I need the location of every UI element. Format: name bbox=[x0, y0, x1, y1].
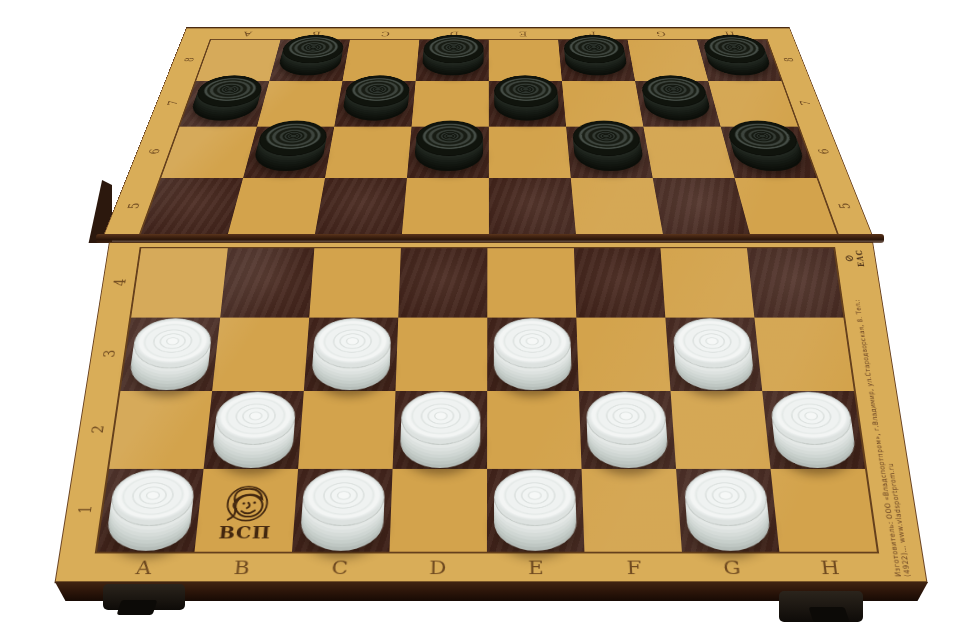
square-h3 bbox=[754, 318, 854, 391]
square-c5 bbox=[315, 178, 407, 236]
square-g4 bbox=[660, 248, 754, 317]
square-h2 bbox=[762, 391, 865, 469]
black-checker-f8 bbox=[563, 35, 627, 63]
black-checker-c7 bbox=[343, 75, 411, 106]
square-f8 bbox=[558, 40, 635, 81]
bottom-coordinate-strip: ABCDEFGH bbox=[92, 552, 881, 584]
white-checker-b2 bbox=[213, 392, 297, 445]
checkers-board-photo: ABCDEFGH 8765 8765 4321 ⊘ ЕАС Изготовите… bbox=[0, 0, 970, 633]
file-label-bottom: H bbox=[779, 552, 881, 584]
manufacturer-logo: ВСП bbox=[201, 473, 293, 549]
square-b4 bbox=[220, 248, 314, 317]
square-f5 bbox=[571, 178, 663, 236]
file-label-bottom: G bbox=[682, 552, 783, 584]
square-b3 bbox=[212, 318, 309, 391]
white-checker-h2 bbox=[769, 392, 855, 445]
square-g2 bbox=[671, 391, 771, 469]
white-checker-c1 bbox=[301, 470, 386, 526]
square-e3 bbox=[487, 318, 579, 391]
square-f2 bbox=[579, 391, 676, 469]
square-h4 bbox=[747, 248, 843, 317]
file-label-bottom: D bbox=[388, 552, 487, 584]
playing-field-far bbox=[140, 40, 837, 236]
square-e7 bbox=[489, 81, 566, 127]
square-b2 bbox=[204, 391, 304, 469]
black-checker-g7 bbox=[639, 75, 709, 106]
white-checker-c3 bbox=[312, 318, 392, 368]
square-e1 bbox=[487, 469, 584, 552]
black-checker-d6 bbox=[415, 121, 483, 156]
playing-field-near: ВСП bbox=[97, 248, 877, 551]
square-f6 bbox=[566, 127, 653, 178]
square-c1 bbox=[292, 469, 393, 552]
square-e6 bbox=[489, 127, 571, 178]
white-checker-f2 bbox=[586, 392, 668, 445]
fold-hinge-seam bbox=[96, 234, 884, 243]
black-checker-d8 bbox=[422, 35, 483, 63]
square-d8 bbox=[416, 40, 489, 81]
square-d6 bbox=[407, 127, 489, 178]
square-f3 bbox=[576, 318, 670, 391]
square-d3 bbox=[396, 318, 488, 391]
square-e5 bbox=[489, 178, 576, 236]
black-checker-h6 bbox=[725, 121, 803, 156]
square-f4 bbox=[574, 248, 665, 317]
square-e2 bbox=[487, 391, 581, 469]
eac-mark: ЕАС bbox=[854, 250, 866, 267]
square-d4 bbox=[398, 248, 487, 317]
file-label-bottom: F bbox=[584, 552, 684, 584]
square-g5 bbox=[653, 178, 751, 236]
square-c3 bbox=[304, 318, 398, 391]
black-checker-f6 bbox=[571, 121, 643, 156]
square-h8 bbox=[697, 40, 781, 81]
file-label-top: G bbox=[625, 28, 696, 39]
square-c2 bbox=[298, 391, 395, 469]
file-label-bottom: A bbox=[92, 552, 194, 584]
file-label-top: A bbox=[211, 28, 283, 39]
square-a3 bbox=[120, 318, 220, 391]
white-checker-g3 bbox=[672, 318, 753, 368]
white-checker-e3 bbox=[494, 318, 572, 368]
white-checker-e1 bbox=[494, 470, 577, 526]
white-checker-d2 bbox=[400, 392, 480, 445]
square-c7 bbox=[334, 81, 415, 127]
square-f1 bbox=[582, 469, 682, 552]
file-label-bottom: C bbox=[290, 552, 390, 584]
square-b1: ВСП bbox=[195, 469, 299, 552]
square-e4 bbox=[487, 248, 576, 317]
square-d5 bbox=[402, 178, 489, 236]
square-d1 bbox=[389, 469, 487, 552]
file-label-top: E bbox=[489, 28, 558, 39]
black-checker-e7 bbox=[494, 75, 559, 106]
left-clasp bbox=[103, 584, 185, 610]
logo-text: ВСП bbox=[218, 522, 272, 541]
black-checker-b8 bbox=[279, 35, 345, 63]
file-label-bottom: B bbox=[191, 552, 292, 584]
white-checker-a3 bbox=[130, 318, 213, 368]
white-checker-g1 bbox=[683, 470, 770, 526]
square-b5 bbox=[227, 178, 325, 236]
square-g6 bbox=[643, 127, 734, 178]
black-checker-a7 bbox=[192, 75, 265, 106]
square-c6 bbox=[325, 127, 412, 178]
square-b6 bbox=[243, 127, 334, 178]
square-g7 bbox=[635, 81, 721, 127]
right-clasp bbox=[779, 591, 863, 622]
file-label-top: C bbox=[350, 28, 420, 39]
file-label-bottom: E bbox=[487, 552, 586, 584]
square-c4 bbox=[309, 248, 401, 317]
square-a7 bbox=[180, 81, 270, 127]
board-top-half: ABCDEFGH 8765 8765 bbox=[103, 27, 874, 237]
square-a2 bbox=[109, 391, 212, 469]
square-d2 bbox=[393, 391, 488, 469]
square-b8 bbox=[269, 40, 350, 81]
certification-marks: ⊘ ЕАС bbox=[841, 246, 866, 270]
square-h1 bbox=[771, 469, 877, 552]
black-checker-h8 bbox=[701, 35, 770, 63]
black-checker-b6 bbox=[255, 121, 330, 156]
square-a4 bbox=[131, 248, 228, 317]
square-a1 bbox=[97, 469, 204, 552]
white-checker-a1 bbox=[108, 470, 197, 526]
age-warning-icon: ⊘ bbox=[843, 254, 856, 262]
board-bottom-half: 4321 ⊘ ЕАС Изготовитель: ООО «Владспортп… bbox=[54, 242, 927, 583]
square-g1 bbox=[676, 469, 779, 552]
square-g3 bbox=[665, 318, 762, 391]
